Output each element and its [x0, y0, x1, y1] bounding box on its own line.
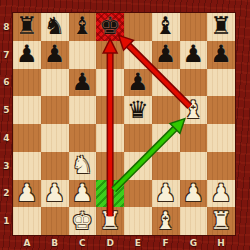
square-e6[interactable]: ♟: [124, 69, 152, 97]
file-label-f: F: [152, 235, 180, 250]
square-g6[interactable]: [180, 69, 208, 97]
file-label-b: B: [41, 235, 69, 250]
rank-label-1: 1: [0, 207, 13, 235]
square-f1[interactable]: ♝: [152, 207, 180, 235]
rank-label-7: 7: [0, 41, 13, 69]
square-a6[interactable]: [13, 69, 41, 97]
square-f3[interactable]: [152, 152, 180, 180]
square-c7[interactable]: [69, 41, 97, 69]
square-g8[interactable]: [180, 13, 208, 41]
square-d2[interactable]: [96, 180, 124, 208]
square-g2[interactable]: ♟: [180, 180, 208, 208]
square-f8[interactable]: ♝: [152, 13, 180, 41]
square-h7[interactable]: ♟: [207, 41, 235, 69]
square-f6[interactable]: [152, 69, 180, 97]
square-d6[interactable]: [96, 69, 124, 97]
square-e3[interactable]: [124, 152, 152, 180]
file-label-h: H: [207, 235, 235, 250]
square-h4[interactable]: [207, 124, 235, 152]
piece-white-bishop-f1[interactable]: ♝: [155, 208, 177, 235]
piece-white-pawn-c2[interactable]: ♟: [72, 180, 94, 207]
square-e1[interactable]: [124, 207, 152, 235]
square-g3[interactable]: [180, 152, 208, 180]
piece-black-pawn-f7[interactable]: ♟: [155, 41, 177, 68]
square-h1[interactable]: ♜: [207, 207, 235, 235]
piece-black-queen-e5[interactable]: ♛: [127, 97, 149, 124]
square-d8[interactable]: ♚: [96, 13, 124, 41]
square-b3[interactable]: [41, 152, 69, 180]
square-h3[interactable]: [207, 152, 235, 180]
square-c6[interactable]: ♟: [69, 69, 97, 97]
square-f7[interactable]: ♟: [152, 41, 180, 69]
square-h6[interactable]: [207, 69, 235, 97]
square-g1[interactable]: [180, 207, 208, 235]
square-e4[interactable]: [124, 124, 152, 152]
square-a5[interactable]: [13, 96, 41, 124]
piece-black-rook-h8[interactable]: ♜: [210, 13, 232, 40]
rank-label-4: 4: [0, 124, 13, 152]
piece-white-rook-d1[interactable]: ♜: [99, 208, 121, 235]
square-d5[interactable]: [96, 96, 124, 124]
chess-board[interactable]: ♜♞♝♚♝♜♟♟♟♟♟♟♟♛♝♞♟♟♟♟♟♟♚♜♝♜: [13, 13, 235, 235]
square-f4[interactable]: [152, 124, 180, 152]
piece-white-pawn-h2[interactable]: ♟: [210, 180, 232, 207]
square-c2[interactable]: ♟: [69, 180, 97, 208]
rank-label-6: 6: [0, 69, 13, 97]
square-d7[interactable]: [96, 41, 124, 69]
file-label-g: G: [180, 235, 208, 250]
square-h5[interactable]: [207, 96, 235, 124]
rank-label-2: 2: [0, 180, 13, 208]
square-b7[interactable]: ♟: [41, 41, 69, 69]
square-c5[interactable]: [69, 96, 97, 124]
square-a2[interactable]: ♟: [13, 180, 41, 208]
piece-white-rook-h1[interactable]: ♜: [210, 208, 232, 235]
piece-white-king-c1[interactable]: ♚: [72, 208, 94, 235]
piece-black-knight-b8[interactable]: ♞: [44, 13, 66, 40]
piece-black-bishop-c8[interactable]: ♝: [72, 13, 94, 40]
square-h8[interactable]: ♜: [207, 13, 235, 41]
square-g7[interactable]: ♟: [180, 41, 208, 69]
piece-black-pawn-g7[interactable]: ♟: [183, 41, 205, 68]
piece-black-rook-a8[interactable]: ♜: [16, 13, 38, 40]
rank-label-5: 5: [0, 96, 13, 124]
square-h2[interactable]: ♟: [207, 180, 235, 208]
chess-board-frame: ♜♞♝♚♝♜♟♟♟♟♟♟♟♛♝♞♟♟♟♟♟♟♚♜♝♜ 87654321ABCDE…: [0, 0, 250, 250]
file-label-d: D: [96, 235, 124, 250]
piece-white-pawn-g2[interactable]: ♟: [183, 180, 205, 207]
square-b8[interactable]: ♞: [41, 13, 69, 41]
square-b6[interactable]: [41, 69, 69, 97]
rank-label-3: 3: [0, 152, 13, 180]
square-a3[interactable]: [13, 152, 41, 180]
square-b1[interactable]: [41, 207, 69, 235]
square-g5[interactable]: ♝: [180, 96, 208, 124]
square-a1[interactable]: [13, 207, 41, 235]
piece-black-bishop-f8[interactable]: ♝: [155, 13, 177, 40]
square-g4[interactable]: [180, 124, 208, 152]
square-d3[interactable]: [96, 152, 124, 180]
piece-white-knight-c3[interactable]: ♞: [72, 152, 94, 179]
square-e2[interactable]: [124, 180, 152, 208]
file-label-c: C: [69, 235, 97, 250]
square-c8[interactable]: ♝: [69, 13, 97, 41]
piece-black-pawn-b7[interactable]: ♟: [44, 41, 66, 68]
square-f5[interactable]: [152, 96, 180, 124]
square-a8[interactable]: ♜: [13, 13, 41, 41]
square-d4[interactable]: [96, 124, 124, 152]
piece-white-bishop-g5[interactable]: ♝: [183, 97, 205, 124]
square-b2[interactable]: ♟: [41, 180, 69, 208]
piece-white-pawn-a2[interactable]: ♟: [16, 180, 38, 207]
square-b4[interactable]: [41, 124, 69, 152]
square-a7[interactable]: ♟: [13, 41, 41, 69]
piece-black-pawn-h7[interactable]: ♟: [210, 41, 232, 68]
piece-white-pawn-b2[interactable]: ♟: [44, 180, 66, 207]
square-e8[interactable]: [124, 13, 152, 41]
piece-black-pawn-e6[interactable]: ♟: [127, 69, 149, 96]
square-d1[interactable]: ♜: [96, 207, 124, 235]
square-c3[interactable]: ♞: [69, 152, 97, 180]
piece-black-pawn-c6[interactable]: ♟: [72, 69, 94, 96]
file-label-a: A: [13, 235, 41, 250]
square-c1[interactable]: ♚: [69, 207, 97, 235]
piece-black-king-d8[interactable]: ♚: [99, 13, 121, 40]
square-c4[interactable]: [69, 124, 97, 152]
square-a4[interactable]: [13, 124, 41, 152]
piece-black-pawn-a7[interactable]: ♟: [16, 41, 38, 68]
square-b5[interactable]: [41, 96, 69, 124]
square-f2[interactable]: ♟: [152, 180, 180, 208]
square-e7[interactable]: [124, 41, 152, 69]
rank-label-8: 8: [0, 13, 13, 41]
square-e5[interactable]: ♛: [124, 96, 152, 124]
file-label-e: E: [124, 235, 152, 250]
piece-white-pawn-f2[interactable]: ♟: [155, 180, 177, 207]
